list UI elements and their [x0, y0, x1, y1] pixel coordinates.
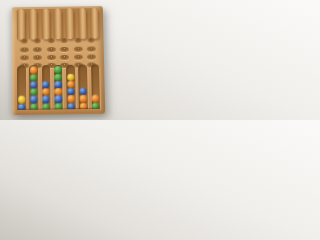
marble-orange[interactable] [42, 88, 50, 95]
groove-dimple [21, 39, 28, 44]
ball-channel-3[interactable] [42, 65, 51, 111]
marble-blue[interactable] [55, 81, 63, 88]
marble-blue[interactable] [42, 81, 50, 88]
dimple [73, 55, 82, 60]
dimple [60, 47, 69, 52]
ramp-ridge [41, 9, 49, 40]
marble-blue[interactable] [67, 88, 75, 95]
marble-green[interactable] [30, 74, 37, 81]
ball-channel-6[interactable] [78, 65, 87, 111]
dimple [87, 55, 96, 60]
ramp-section [17, 8, 99, 40]
ramp-ridge [66, 8, 74, 39]
ramp-ridge [29, 9, 37, 40]
ramp-ridge [17, 9, 25, 40]
ramp-ridge [78, 8, 87, 39]
bottom-rail [17, 109, 100, 114]
marble-blue[interactable] [30, 96, 38, 104]
marble-orange[interactable] [67, 81, 75, 88]
marble-blue[interactable] [30, 81, 37, 88]
dimple [47, 47, 56, 52]
groove-dimple [34, 38, 41, 43]
dimple-row [18, 54, 98, 60]
dimple [33, 55, 42, 60]
groove-dimple [48, 38, 55, 43]
dimple [87, 47, 96, 52]
marble-orange[interactable] [79, 95, 87, 103]
ball-channel-4[interactable] [54, 65, 63, 111]
dimple [20, 48, 29, 53]
dimple [60, 55, 69, 60]
groove-dimple [74, 38, 81, 43]
marble-blue[interactable] [55, 96, 63, 104]
marble-green[interactable] [54, 73, 62, 80]
marble-green[interactable] [54, 66, 62, 73]
dimple [47, 55, 56, 60]
dimple [73, 47, 82, 52]
dimple [33, 48, 42, 53]
wooden-board [12, 6, 106, 115]
ramp-ridge [90, 8, 99, 39]
ramp-ridge [53, 9, 61, 40]
marble-orange[interactable] [92, 95, 100, 103]
ball-channel-2[interactable] [29, 65, 38, 111]
marble-blue[interactable] [79, 88, 87, 95]
groove-dimple [88, 38, 95, 43]
channel-section [17, 64, 100, 111]
marble-orange[interactable] [30, 67, 37, 74]
ball-channel-5[interactable] [66, 65, 75, 111]
marble-green[interactable] [30, 89, 38, 96]
marble-blue[interactable] [42, 96, 50, 104]
groove-dimple-row [21, 38, 95, 45]
groove-dimple [61, 38, 68, 43]
dimple-row [18, 47, 98, 53]
marble-yellow[interactable] [18, 96, 25, 104]
ball-channel-7[interactable] [91, 64, 101, 110]
ball-channel-1[interactable] [17, 65, 26, 111]
marble-orange[interactable] [55, 88, 63, 95]
dimple [20, 56, 29, 61]
marble-orange[interactable] [67, 95, 75, 103]
photo-background [0, 0, 120, 120]
marble-yellow[interactable] [67, 73, 75, 80]
